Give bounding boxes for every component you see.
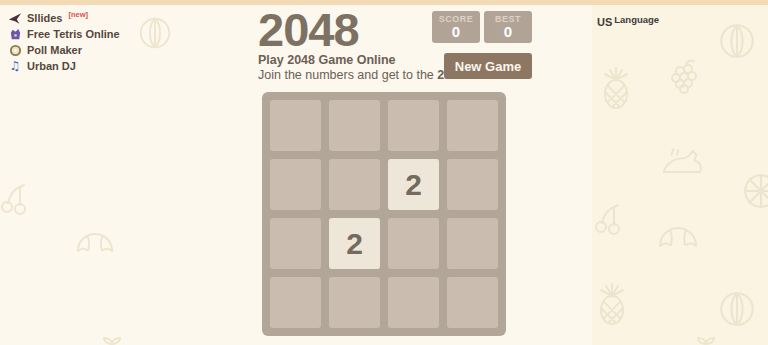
sidebar-item-free-tetris-online[interactable]: Free Tetris Online bbox=[8, 26, 120, 42]
sprout-doodle-icon bbox=[100, 336, 124, 345]
best-value: 0 bbox=[504, 24, 512, 40]
grid-cell bbox=[388, 277, 439, 328]
new-game-button[interactable]: New Game bbox=[444, 53, 532, 79]
grid-cell bbox=[270, 159, 321, 210]
pineapple-doodle-icon bbox=[592, 280, 632, 328]
croissant-doodle-icon bbox=[74, 230, 116, 257]
grid-cell bbox=[447, 277, 498, 328]
watermelon-doodle-icon bbox=[716, 20, 758, 62]
watermelon-doodle-icon bbox=[136, 14, 174, 52]
language-code: US bbox=[597, 16, 612, 28]
subtitle-text: Join the numbers and get to the bbox=[258, 68, 437, 82]
language-selector[interactable]: USLanguage bbox=[597, 12, 659, 30]
bird-doodle-icon bbox=[658, 143, 704, 178]
tile-2: 2 bbox=[388, 159, 439, 210]
grid-cell bbox=[270, 277, 321, 328]
grid-cell bbox=[447, 218, 498, 269]
sidebar-item-urban-dj[interactable]: ♫ Urban DJ bbox=[8, 58, 120, 74]
donut-icon bbox=[8, 43, 22, 57]
grid-cell bbox=[388, 218, 439, 269]
score-value: 0 bbox=[452, 24, 460, 40]
top-accent-band bbox=[0, 0, 768, 5]
language-label: Language bbox=[614, 14, 659, 25]
pineapple-doodle-icon bbox=[596, 64, 636, 112]
sidebar-item-label: Urban DJ bbox=[27, 60, 76, 72]
tile-2: 2 bbox=[329, 218, 380, 269]
grid-cell bbox=[447, 159, 498, 210]
grid-cell bbox=[388, 100, 439, 151]
music-note-icon: ♫ bbox=[8, 59, 22, 73]
game-panel: 2048 SCORE 0 BEST 0 Play 2048 Game Onlin… bbox=[258, 8, 532, 52]
cherry-doodle-icon bbox=[0, 183, 28, 215]
grid-cell bbox=[329, 159, 380, 210]
plane-icon bbox=[8, 11, 22, 25]
grapes-doodle-icon bbox=[666, 56, 706, 96]
croissant-doodle-icon bbox=[656, 224, 700, 252]
grid-cell bbox=[447, 100, 498, 151]
sprout-doodle-icon bbox=[694, 336, 718, 345]
grid-cell bbox=[270, 100, 321, 151]
sidebar: Sllides [new] Free Tetris Online Poll Ma… bbox=[8, 10, 120, 74]
grid-cell bbox=[329, 277, 380, 328]
citrus-doodle-icon bbox=[740, 170, 768, 212]
best-box: BEST 0 bbox=[484, 11, 532, 43]
new-badge: [new] bbox=[68, 10, 88, 19]
grid-cell bbox=[270, 218, 321, 269]
sidebar-item-poll-maker[interactable]: Poll Maker bbox=[8, 42, 120, 58]
grid-cell bbox=[329, 100, 380, 151]
sidebar-item-label: Free Tetris Online bbox=[27, 28, 120, 40]
sidebar-item-label: Poll Maker bbox=[27, 44, 82, 56]
tetris-icon bbox=[8, 27, 22, 41]
sidebar-item-label: Sllides bbox=[27, 12, 62, 24]
grid-cell: 2 bbox=[329, 218, 380, 269]
score-boxes: SCORE 0 BEST 0 bbox=[432, 11, 532, 43]
grid-cell: 2 bbox=[388, 159, 439, 210]
game-board[interactable]: 22 bbox=[262, 92, 506, 336]
watermelon-doodle-icon bbox=[716, 288, 758, 330]
sidebar-item-sllides[interactable]: Sllides [new] bbox=[8, 10, 120, 26]
cherry-doodle-icon bbox=[594, 203, 622, 235]
score-box: SCORE 0 bbox=[432, 11, 480, 43]
game-heading: Play 2048 Game Online bbox=[258, 53, 396, 67]
